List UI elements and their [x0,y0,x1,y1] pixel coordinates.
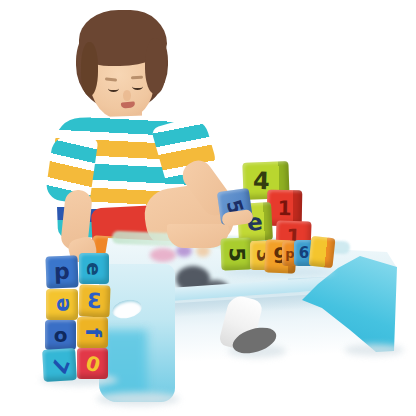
photo-scene: 4 1 e 1 5 3 9 p 6 5 p e e 3 o f 7 0 [0,0,416,416]
block-yellow-3-stack: 3 [78,284,110,317]
table-print-pink [150,248,176,262]
block-cyan-7: 7 [42,348,77,382]
block-yellow-e: e [46,289,78,320]
block-yellow-f: f [77,317,108,348]
block-blue-o: o [45,320,76,350]
block-yellow-end [308,236,335,268]
block-red-0: 0 [77,348,108,379]
block-blue-p: p [45,255,78,288]
shadow-left-leg [96,392,180,406]
boy-eye-right [132,83,143,90]
boy-eye-left [108,85,119,92]
block-green-5: 5 [220,237,252,270]
boy-hair-side-right [145,38,166,94]
boy-hair-side-left [81,42,98,96]
block-cyan-e: e [79,253,109,284]
boy-nose [123,90,131,101]
shadow-right-leg [344,344,404,356]
